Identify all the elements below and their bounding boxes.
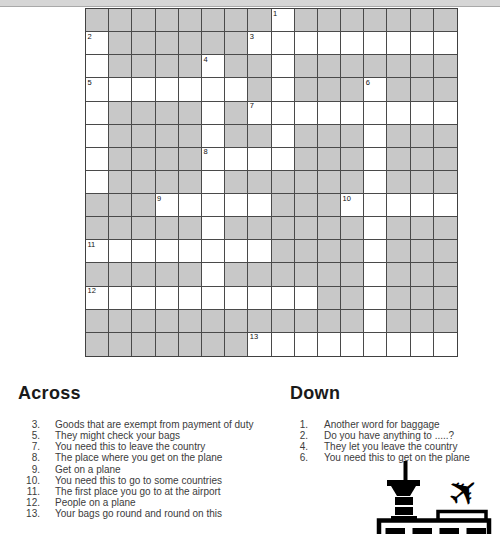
clue-number: 11.	[18, 486, 40, 497]
letter-cell[interactable]	[387, 32, 410, 55]
block-cell	[295, 240, 318, 263]
letter-cell[interactable]	[225, 148, 248, 171]
letter-cell[interactable]	[318, 102, 341, 125]
block-cell	[434, 287, 457, 310]
letter-cell[interactable]	[202, 194, 225, 217]
letter-cell[interactable]	[225, 287, 248, 310]
block-cell	[225, 171, 248, 194]
block-cell	[341, 310, 364, 333]
block-cell	[179, 9, 202, 32]
airport-icon: ✈	[370, 459, 498, 534]
letter-cell[interactable]	[86, 148, 109, 171]
block-cell	[156, 171, 179, 194]
block-cell	[109, 9, 132, 32]
block-cell	[202, 32, 225, 55]
letter-cell[interactable]	[272, 55, 295, 78]
letter-cell[interactable]	[179, 194, 202, 217]
block-cell	[318, 9, 341, 32]
letter-cell[interactable]	[364, 217, 387, 240]
block-cell	[272, 171, 295, 194]
clue-text: The place where you get on the plane	[55, 452, 222, 463]
block-cell	[179, 55, 202, 78]
down-clue: 2.Do you have anything to .....?	[290, 430, 495, 441]
letter-cell[interactable]	[411, 32, 434, 55]
block-cell	[411, 263, 434, 286]
block-cell	[179, 333, 202, 356]
block-cell	[295, 194, 318, 217]
letter-cell[interactable]	[132, 287, 155, 310]
across-clues-section: Across 3.Goods that are exempt from paym…	[18, 383, 283, 519]
cell-number: 3	[250, 33, 254, 41]
letter-cell[interactable]: 7	[248, 102, 271, 125]
letter-cell[interactable]	[434, 333, 457, 356]
across-clue: 9.Get on a plane	[18, 464, 283, 475]
block-cell	[109, 217, 132, 240]
block-cell	[109, 148, 132, 171]
block-cell	[364, 9, 387, 32]
letter-cell[interactable]	[272, 148, 295, 171]
letter-cell[interactable]	[156, 287, 179, 310]
letter-cell[interactable]	[272, 287, 295, 310]
clue-number: 8.	[18, 452, 40, 463]
block-cell	[318, 263, 341, 286]
letter-cell[interactable]	[364, 263, 387, 286]
letter-cell[interactable]: 6	[364, 78, 387, 101]
block-cell	[295, 310, 318, 333]
block-cell	[341, 9, 364, 32]
clue-number: 5.	[18, 430, 40, 441]
block-cell	[86, 194, 109, 217]
cell-number: 11	[88, 241, 96, 249]
clue-number: 7.	[18, 441, 40, 452]
block-cell	[109, 125, 132, 148]
clue-number: 9.	[18, 464, 40, 475]
letter-cell[interactable]	[248, 287, 271, 310]
block-cell	[318, 287, 341, 310]
letter-cell[interactable]: 3	[248, 32, 271, 55]
across-clue: 10.You need this to go to some countries	[18, 475, 283, 486]
letter-cell[interactable]	[364, 194, 387, 217]
letter-cell[interactable]	[248, 194, 271, 217]
block-cell	[411, 9, 434, 32]
letter-cell[interactable]: 11	[86, 240, 109, 263]
block-cell	[248, 125, 271, 148]
block-cell	[179, 32, 202, 55]
block-cell	[295, 171, 318, 194]
clue-number: 13.	[18, 508, 40, 519]
clue-number: 10.	[18, 475, 40, 486]
block-cell	[341, 171, 364, 194]
block-cell	[132, 102, 155, 125]
block-cell	[109, 263, 132, 286]
clue-number: 3.	[18, 419, 40, 430]
block-cell	[179, 310, 202, 333]
block-cell	[132, 148, 155, 171]
block-cell	[387, 263, 410, 286]
letter-cell[interactable]	[109, 78, 132, 101]
block-cell	[411, 287, 434, 310]
block-cell	[387, 78, 410, 101]
cell-number: 12	[88, 287, 96, 295]
block-cell	[86, 217, 109, 240]
block-cell	[318, 55, 341, 78]
block-cell	[341, 263, 364, 286]
block-cell	[341, 55, 364, 78]
letter-cell[interactable]: 12	[86, 287, 109, 310]
block-cell	[272, 240, 295, 263]
block-cell	[86, 333, 109, 356]
block-cell	[156, 310, 179, 333]
across-clue-list: 3.Goods that are exempt from payment of …	[18, 419, 283, 519]
block-cell	[434, 148, 457, 171]
across-clue: 7.You need this to leave the country	[18, 441, 283, 452]
letter-cell[interactable]: 8	[202, 148, 225, 171]
letter-cell[interactable]: 2	[86, 32, 109, 55]
letter-cell[interactable]	[272, 333, 295, 356]
letter-cell[interactable]	[341, 333, 364, 356]
clue-text: You need this to leave the country	[55, 441, 205, 452]
cell-number: 2	[88, 33, 92, 41]
block-cell	[364, 55, 387, 78]
letter-cell[interactable]: 9	[156, 194, 179, 217]
block-cell	[295, 78, 318, 101]
block-cell	[272, 194, 295, 217]
block-cell	[109, 310, 132, 333]
block-cell	[387, 171, 410, 194]
block-cell	[318, 310, 341, 333]
letter-cell[interactable]	[272, 125, 295, 148]
clue-number: 6.	[290, 452, 308, 463]
block-cell	[318, 194, 341, 217]
block-cell	[341, 78, 364, 101]
letter-cell[interactable]	[248, 240, 271, 263]
clue-text: The first place you go to at the airport	[55, 486, 221, 497]
block-cell	[225, 102, 248, 125]
letter-cell[interactable]	[364, 333, 387, 356]
letter-cell[interactable]	[202, 78, 225, 101]
block-cell	[272, 263, 295, 286]
block-cell	[341, 287, 364, 310]
block-cell	[248, 9, 271, 32]
block-cell	[156, 148, 179, 171]
letter-cell[interactable]	[86, 125, 109, 148]
block-cell	[387, 217, 410, 240]
letter-cell[interactable]	[272, 102, 295, 125]
block-cell	[156, 263, 179, 286]
letter-cell[interactable]	[364, 240, 387, 263]
block-cell	[156, 125, 179, 148]
cell-number: 10	[343, 195, 351, 203]
block-cell	[387, 55, 410, 78]
block-cell	[295, 9, 318, 32]
clue-text: You need this to go to some countries	[55, 475, 222, 486]
block-cell	[179, 217, 202, 240]
block-cell	[225, 263, 248, 286]
block-cell	[132, 125, 155, 148]
letter-cell[interactable]	[272, 78, 295, 101]
letter-cell[interactable]	[341, 102, 364, 125]
letter-cell[interactable]	[202, 287, 225, 310]
letter-cell[interactable]	[387, 102, 410, 125]
across-clue: 3.Goods that are exempt from payment of …	[18, 419, 283, 430]
block-cell	[318, 125, 341, 148]
clue-text: Another word for baggage	[324, 419, 440, 430]
letter-cell[interactable]: 5	[86, 78, 109, 101]
letter-cell[interactable]	[387, 194, 410, 217]
block-cell	[341, 148, 364, 171]
block-cell	[318, 171, 341, 194]
down-clue: 1.Another word for baggage	[290, 419, 495, 430]
block-cell	[109, 55, 132, 78]
clue-number: 1.	[290, 419, 308, 430]
block-cell	[109, 32, 132, 55]
clue-text: They might check your bags	[55, 430, 180, 441]
block-cell	[225, 333, 248, 356]
letter-cell[interactable]	[434, 32, 457, 55]
block-cell	[434, 125, 457, 148]
letter-cell[interactable]	[295, 32, 318, 55]
clue-text: Your bags go round and round on this	[55, 508, 222, 519]
letter-cell[interactable]	[364, 102, 387, 125]
letter-cell[interactable]	[318, 333, 341, 356]
letter-cell[interactable]	[202, 125, 225, 148]
block-cell	[295, 217, 318, 240]
block-cell	[318, 217, 341, 240]
clue-text: People on a plane	[55, 497, 136, 508]
across-clue: 5.They might check your bags	[18, 430, 283, 441]
letter-cell[interactable]	[202, 240, 225, 263]
block-cell	[387, 125, 410, 148]
block-cell	[179, 102, 202, 125]
letter-cell[interactable]	[225, 194, 248, 217]
block-cell	[341, 240, 364, 263]
block-cell	[179, 263, 202, 286]
block-cell	[272, 217, 295, 240]
block-cell	[434, 55, 457, 78]
letter-cell[interactable]	[411, 102, 434, 125]
letter-cell[interactable]	[364, 310, 387, 333]
clue-number: 4.	[290, 441, 308, 452]
cell-number: 5	[88, 79, 92, 87]
letter-cell[interactable]	[202, 102, 225, 125]
block-cell	[132, 9, 155, 32]
letter-cell[interactable]	[156, 240, 179, 263]
block-cell	[132, 310, 155, 333]
cell-number: 6	[366, 79, 370, 87]
block-cell	[109, 171, 132, 194]
block-cell	[156, 333, 179, 356]
cell-number: 1	[273, 10, 277, 18]
down-clues-section: Down 1.Another word for baggage2.Do you …	[290, 383, 495, 464]
letter-cell[interactable]	[109, 287, 132, 310]
letter-cell[interactable]	[434, 102, 457, 125]
down-header: Down	[290, 383, 495, 404]
block-cell	[272, 310, 295, 333]
block-cell	[295, 125, 318, 148]
block-cell	[318, 240, 341, 263]
clue-number: 2.	[290, 430, 308, 441]
block-cell	[156, 55, 179, 78]
block-cell	[341, 125, 364, 148]
block-cell	[248, 217, 271, 240]
across-clue: 11.The first place you go to at the airp…	[18, 486, 283, 497]
block-cell	[202, 310, 225, 333]
block-cell	[411, 55, 434, 78]
block-cell	[109, 194, 132, 217]
block-cell	[434, 78, 457, 101]
clue-text: Goods that are exempt from payment of du…	[55, 419, 253, 430]
block-cell	[318, 78, 341, 101]
across-clue: 12.People on a plane	[18, 497, 283, 508]
letter-cell[interactable]	[202, 263, 225, 286]
block-cell	[248, 78, 271, 101]
letter-cell[interactable]	[272, 32, 295, 55]
letter-cell[interactable]	[364, 32, 387, 55]
block-cell	[434, 240, 457, 263]
letter-cell[interactable]	[179, 287, 202, 310]
block-cell	[295, 263, 318, 286]
block-cell	[295, 148, 318, 171]
block-cell	[86, 310, 109, 333]
block-cell	[248, 263, 271, 286]
letter-cell[interactable]	[434, 194, 457, 217]
letter-cell[interactable]	[341, 32, 364, 55]
clue-text: Do you have anything to .....?	[324, 430, 454, 441]
down-clue: 4.They let you leave the country	[290, 441, 495, 452]
letter-cell[interactable]: 13	[248, 333, 271, 356]
letter-cell[interactable]	[364, 125, 387, 148]
block-cell	[411, 217, 434, 240]
letter-cell[interactable]	[295, 333, 318, 356]
letter-cell[interactable]	[202, 171, 225, 194]
clue-text: They let you leave the country	[324, 441, 457, 452]
across-clue: 8.The place where you get on the plane	[18, 452, 283, 463]
across-clue: 13.Your bags go round and round on this	[18, 508, 283, 519]
letter-cell[interactable]	[179, 240, 202, 263]
letter-cell[interactable]	[86, 55, 109, 78]
control-tower-icon	[387, 461, 420, 522]
block-cell	[225, 32, 248, 55]
letter-cell[interactable]	[364, 287, 387, 310]
block-cell	[225, 55, 248, 78]
cell-number: 13	[250, 333, 258, 341]
block-cell	[387, 240, 410, 263]
block-cell	[179, 125, 202, 148]
crossword-grid: 12345678910111213	[85, 8, 458, 357]
letter-cell[interactable]	[387, 333, 410, 356]
letter-cell[interactable]	[86, 171, 109, 194]
letter-cell[interactable]	[202, 217, 225, 240]
block-cell	[202, 333, 225, 356]
block-cell	[132, 194, 155, 217]
block-cell	[225, 125, 248, 148]
down-clue-list: 1.Another word for baggage2.Do you have …	[290, 419, 495, 464]
letter-cell[interactable]	[364, 171, 387, 194]
letter-cell[interactable]	[411, 194, 434, 217]
block-cell	[179, 171, 202, 194]
block-cell	[411, 148, 434, 171]
letter-cell[interactable]	[411, 333, 434, 356]
cell-number: 9	[157, 195, 161, 203]
block-cell	[156, 217, 179, 240]
block-cell	[156, 32, 179, 55]
block-cell	[225, 310, 248, 333]
letter-cell[interactable]: 1	[272, 9, 295, 32]
clue-number: 12.	[18, 497, 40, 508]
letter-cell[interactable]	[364, 148, 387, 171]
block-cell	[387, 148, 410, 171]
letter-cell[interactable]	[225, 240, 248, 263]
block-cell	[156, 9, 179, 32]
block-cell	[86, 263, 109, 286]
block-cell	[434, 217, 457, 240]
block-cell	[132, 171, 155, 194]
letter-cell[interactable]	[109, 240, 132, 263]
window-top-bar	[0, 0, 500, 7]
cell-number: 7	[250, 102, 254, 110]
block-cell	[225, 217, 248, 240]
cell-number: 4	[203, 56, 207, 64]
block-cell	[387, 287, 410, 310]
block-cell	[411, 310, 434, 333]
block-cell	[132, 263, 155, 286]
block-cell	[86, 9, 109, 32]
block-cell	[132, 32, 155, 55]
block-cell	[318, 148, 341, 171]
block-cell	[109, 102, 132, 125]
block-cell	[202, 9, 225, 32]
block-cell	[411, 240, 434, 263]
block-cell	[387, 310, 410, 333]
letter-cell[interactable]	[295, 102, 318, 125]
block-cell	[156, 102, 179, 125]
block-cell	[225, 9, 248, 32]
block-cell	[434, 263, 457, 286]
letter-cell[interactable]	[156, 78, 179, 101]
letter-cell[interactable]	[86, 102, 109, 125]
clue-text: Get on a plane	[55, 464, 121, 475]
block-cell	[295, 55, 318, 78]
block-cell	[248, 55, 271, 78]
letter-cell[interactable]	[225, 78, 248, 101]
letter-cell[interactable]	[248, 148, 271, 171]
block-cell	[179, 148, 202, 171]
letter-cell[interactable]	[132, 78, 155, 101]
block-cell	[411, 125, 434, 148]
block-cell	[132, 55, 155, 78]
block-cell	[411, 171, 434, 194]
block-cell	[411, 78, 434, 101]
letter-cell[interactable]	[132, 240, 155, 263]
across-header: Across	[18, 383, 283, 404]
letter-cell[interactable]	[179, 78, 202, 101]
block-cell	[434, 9, 457, 32]
cell-number: 8	[203, 148, 207, 156]
letter-cell[interactable]	[295, 287, 318, 310]
block-cell	[132, 333, 155, 356]
block-cell	[434, 171, 457, 194]
block-cell	[248, 310, 271, 333]
block-cell	[248, 171, 271, 194]
letter-cell[interactable]: 10	[341, 194, 364, 217]
block-cell	[109, 333, 132, 356]
letter-cell[interactable]	[318, 32, 341, 55]
letter-cell[interactable]: 4	[202, 55, 225, 78]
block-cell	[387, 9, 410, 32]
block-cell	[341, 217, 364, 240]
block-cell	[132, 217, 155, 240]
block-cell	[434, 310, 457, 333]
